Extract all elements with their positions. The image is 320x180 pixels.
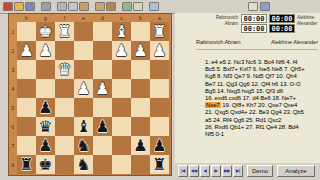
- move-line-1[interactable]: 1. e4 e5 2. Nc3 Nc6 3. Bc4 Nf6 4. f4: [205, 59, 318, 66]
- square-b2[interactable]: ♟: [131, 41, 150, 60]
- white-queen-f3[interactable]: ♛: [57, 60, 71, 79]
- square-f5[interactable]: [55, 98, 74, 117]
- move-line-5[interactable]: Bg5 14. Nxg5 hxg5 15. Qf3 d6: [205, 88, 318, 95]
- square-d5[interactable]: [93, 98, 112, 117]
- black-knight-e7[interactable]: ♞: [76, 136, 90, 155]
- file-labels: hgfedcba: [17, 14, 169, 22]
- rank-label-4: 4: [9, 79, 17, 98]
- help-icon[interactable]: [260, 2, 270, 11]
- black-knight-e8[interactable]: ♞: [76, 155, 90, 174]
- square-c5[interactable]: [112, 98, 131, 117]
- white-pawn-g2[interactable]: ♟: [38, 41, 52, 60]
- go-to-end-button[interactable]: ▶|: [233, 165, 243, 177]
- move-line-9[interactable]: a5 24. Rf4 Qg6 25. Rd1 Qxc2: [205, 117, 318, 124]
- move-line-11[interactable]: Nf5 0-1: [205, 131, 318, 138]
- chess-board[interactable]: hgfedcba 12345678 ♚♜♝♜♟♟♟♟♟♛♟♟♟♛♝♟♟♞♟♟♜♚…: [8, 13, 172, 176]
- square-h8[interactable]: ♜: [17, 155, 36, 174]
- white-clock-main: 00:00: [241, 14, 267, 23]
- white-clock-secondary: 00:00: [241, 24, 267, 33]
- black-pawn-d6[interactable]: ♟: [95, 117, 109, 136]
- board-squares: ♚♜♝♜♟♟♟♟♟♛♟♟♟♛♝♟♟♞♟♟♜♚♞♜: [17, 22, 169, 174]
- square-f6[interactable]: [55, 117, 74, 136]
- rank-label-1: 1: [9, 22, 17, 41]
- black-pawn-a7[interactable]: ♟: [152, 136, 166, 155]
- current-move[interactable]: Nxe7: [205, 102, 221, 108]
- print-icon[interactable]: [41, 2, 51, 11]
- black-pawn-b7[interactable]: ♟: [133, 136, 147, 155]
- square-a2[interactable]: ♟: [150, 41, 169, 60]
- chess-app-window: hgfedcba 12345678 ♚♜♝♜♟♟♟♟♟♛♟♟♟♛♝♟♟♞♟♟♜♚…: [0, 0, 320, 180]
- square-b8[interactable]: [131, 155, 150, 174]
- black-player-name: Alekhine Alexander: [271, 39, 318, 45]
- file-label-c: c: [112, 14, 131, 22]
- black-clock-label-line1: Alekhine: [297, 15, 314, 20]
- square-e5[interactable]: [74, 98, 93, 117]
- black-king-g8[interactable]: ♚: [38, 155, 52, 174]
- square-b4[interactable]: [131, 79, 150, 98]
- divider: [196, 49, 318, 50]
- notation-icon[interactable]: [133, 2, 143, 11]
- black-clock-secondary: 00:00: [269, 24, 295, 33]
- file-label-h: h: [17, 14, 36, 22]
- square-c8[interactable]: [112, 155, 131, 174]
- paste-icon[interactable]: [79, 2, 89, 11]
- black-pawn-g5[interactable]: ♟: [38, 98, 52, 117]
- white-player-name: Rabinovich Abram: [196, 39, 241, 45]
- rank-label-8: 8: [9, 155, 17, 174]
- move-line-3[interactable]: Kg8 8. Nf3 Qe7 9. Nd5 Qf7 10. Qh4: [205, 73, 318, 80]
- toolbar: [0, 0, 320, 14]
- white-pawn-b2[interactable]: ♟: [133, 41, 147, 60]
- white-clock-label: Rabinovich Abram: [196, 15, 238, 26]
- copy-icon[interactable]: [68, 2, 78, 11]
- square-c6[interactable]: [112, 117, 131, 136]
- square-c4[interactable]: [112, 79, 131, 98]
- square-d7[interactable]: [93, 136, 112, 155]
- square-f7[interactable]: [55, 136, 74, 155]
- square-e1[interactable]: [74, 22, 93, 41]
- square-g8[interactable]: ♚: [36, 155, 55, 174]
- white-clock-label-line1: Rabinovich: [216, 15, 238, 20]
- move-line-10[interactable]: 26. Rxd6 Qb1+ 27. Rf1 Qe4 28. Bd4: [205, 124, 318, 131]
- black-clock-label-line2: Alexander: [297, 21, 317, 26]
- move-line-4[interactable]: Be7 11. Qg3 Qg6 12. Qf4 h6 13. O-O: [205, 81, 318, 88]
- square-d6[interactable]: ♟: [93, 117, 112, 136]
- square-g3[interactable]: [36, 60, 55, 79]
- rank-label-7: 7: [9, 136, 17, 155]
- file-label-a: a: [150, 14, 169, 22]
- move-line-7[interactable]: Nxe7 19. Qf8+ Kh7 20. Qxe7 Qxe4: [205, 102, 318, 109]
- square-g6[interactable]: ♛: [36, 117, 55, 136]
- white-pawn-a2[interactable]: ♟: [152, 41, 166, 60]
- black-pawn-g7[interactable]: ♟: [38, 136, 52, 155]
- square-h4[interactable]: [17, 79, 36, 98]
- move-list[interactable]: 1. e4 e5 2. Nc3 Nc6 3. Bc4 Nf6 4. f4Bc5 …: [205, 59, 318, 151]
- clock-icon[interactable]: [248, 2, 258, 11]
- square-h7[interactable]: [17, 136, 36, 155]
- white-king-g1[interactable]: ♚: [38, 22, 52, 41]
- go-to-start-button[interactable]: |◀: [178, 165, 188, 177]
- file-label-b: b: [131, 14, 150, 22]
- fast-back-button[interactable]: ◀◀: [189, 165, 199, 177]
- black-bishop-e6[interactable]: ♝: [76, 117, 90, 136]
- fast-forward-button[interactable]: ▶▶: [222, 165, 232, 177]
- new-board-icon[interactable]: [3, 2, 13, 11]
- square-c3[interactable]: [112, 60, 131, 79]
- square-d4[interactable]: ♟: [93, 79, 112, 98]
- square-b7[interactable]: ♟: [131, 136, 150, 155]
- square-g4[interactable]: [36, 79, 55, 98]
- square-d1[interactable]: [93, 22, 112, 41]
- training-icon[interactable]: [149, 2, 159, 11]
- square-b6[interactable]: [131, 117, 150, 136]
- square-d2[interactable]: [93, 41, 112, 60]
- square-g2[interactable]: ♟: [36, 41, 55, 60]
- square-b3[interactable]: [131, 60, 150, 79]
- white-pawn-d4[interactable]: ♟: [95, 79, 109, 98]
- file-label-d: d: [93, 14, 112, 22]
- square-f3[interactable]: ♛: [55, 60, 74, 79]
- rank-labels: 12345678: [9, 22, 17, 174]
- white-bishop-c1[interactable]: ♝: [114, 22, 128, 41]
- white-rook-a1[interactable]: ♜: [152, 22, 166, 41]
- save-icon[interactable]: [25, 2, 35, 11]
- white-clock-label-line2: Abram: [225, 21, 238, 26]
- file-label-f: f: [55, 14, 74, 22]
- board-setup-icon[interactable]: [95, 2, 105, 11]
- square-h1[interactable]: [17, 22, 36, 41]
- black-clock-main: 00:00: [269, 14, 295, 23]
- square-g7[interactable]: ♟: [36, 136, 55, 155]
- square-h5[interactable]: [17, 98, 36, 117]
- square-f4[interactable]: [55, 79, 74, 98]
- square-g1[interactable]: ♚: [36, 22, 55, 41]
- square-a6[interactable]: [150, 117, 169, 136]
- square-e2[interactable]: [74, 41, 93, 60]
- rank-label-2: 2: [9, 41, 17, 60]
- white-pawn-e4[interactable]: ♟: [76, 79, 90, 98]
- analyze-button[interactable]: Analyze: [277, 165, 315, 177]
- square-d3[interactable]: [93, 60, 112, 79]
- white-pawn-h2[interactable]: ♟: [19, 41, 33, 60]
- players-bar: Rabinovich Abram Alekhine Alexander: [196, 37, 318, 47]
- square-b5[interactable]: [131, 98, 150, 117]
- back-button[interactable]: ◀: [200, 165, 210, 177]
- file-label-g: g: [36, 14, 55, 22]
- square-e3[interactable]: [74, 60, 93, 79]
- square-c1[interactable]: ♝: [112, 22, 131, 41]
- square-e8[interactable]: ♞: [74, 155, 93, 174]
- demo-button[interactable]: Demo: [247, 165, 273, 177]
- square-e4[interactable]: ♟: [74, 79, 93, 98]
- square-f1[interactable]: ♜: [55, 22, 74, 41]
- square-c7[interactable]: [112, 136, 131, 155]
- move-line-2[interactable]: Bc5 5. Bxf7+ Kxf7 6. fxe5 Ne8 7. Qh5+: [205, 66, 318, 73]
- move-line-6[interactable]: 16. exd6 cxd6 17. d4 Be6 18. Ne7+: [205, 95, 318, 102]
- open-folder-icon[interactable]: [14, 2, 24, 11]
- black-clock-label: Alekhine Alexander: [297, 15, 320, 26]
- square-f8[interactable]: [55, 155, 74, 174]
- square-d8[interactable]: [93, 155, 112, 174]
- white-pawn-c2[interactable]: ♟: [114, 41, 128, 60]
- forward-button[interactable]: ▶: [211, 165, 221, 177]
- square-e7[interactable]: ♞: [74, 136, 93, 155]
- rank-label-3: 3: [9, 60, 17, 79]
- rank-label-6: 6: [9, 117, 17, 136]
- flip-board-icon[interactable]: [106, 2, 116, 11]
- black-queen-g6[interactable]: ♛: [38, 117, 52, 136]
- square-a7[interactable]: ♟: [150, 136, 169, 155]
- black-rook-h8[interactable]: ♜: [19, 155, 33, 174]
- square-h3[interactable]: [17, 60, 36, 79]
- square-h6[interactable]: [17, 117, 36, 136]
- square-c2[interactable]: ♟: [112, 41, 131, 60]
- white-rook-f1[interactable]: ♜: [57, 22, 71, 41]
- square-b1[interactable]: [131, 22, 150, 41]
- square-f2[interactable]: [55, 41, 74, 60]
- file-label-e: e: [74, 14, 93, 22]
- black-rook-a8[interactable]: ♜: [152, 155, 166, 174]
- rank-label-5: 5: [9, 98, 17, 117]
- square-h2[interactable]: ♟: [17, 41, 36, 60]
- engine-icon[interactable]: [122, 2, 132, 11]
- square-a4[interactable]: [150, 79, 169, 98]
- square-a8[interactable]: ♜: [150, 155, 169, 174]
- square-e6[interactable]: ♝: [74, 117, 93, 136]
- square-a1[interactable]: ♜: [150, 22, 169, 41]
- square-a3[interactable]: [150, 60, 169, 79]
- square-g5[interactable]: ♟: [36, 98, 55, 117]
- cut-icon[interactable]: [57, 2, 67, 11]
- square-a5[interactable]: [150, 98, 169, 117]
- move-line-8[interactable]: 21. Qxg5 Qxd4+ 22. Be3 Qg4 23. Qb5: [205, 109, 318, 116]
